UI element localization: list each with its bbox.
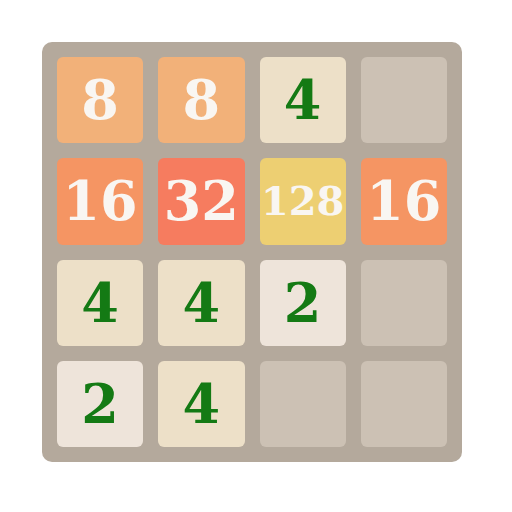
tile-8: 8 bbox=[158, 57, 244, 143]
tile-4: 4 bbox=[158, 260, 244, 346]
page-background: { "game": "2048", "board": { "rows": 4, … bbox=[0, 0, 512, 512]
tile-8: 8 bbox=[57, 57, 143, 143]
empty-cell bbox=[361, 361, 447, 447]
empty-cell bbox=[361, 57, 447, 143]
tile-2: 2 bbox=[57, 361, 143, 447]
tile-16: 16 bbox=[57, 158, 143, 244]
board-2048[interactable]: 88416321281644224 bbox=[42, 42, 462, 462]
tile-128: 128 bbox=[260, 158, 346, 244]
tile-2: 2 bbox=[260, 260, 346, 346]
tile-16: 16 bbox=[361, 158, 447, 244]
tile-4: 4 bbox=[57, 260, 143, 346]
empty-cell bbox=[260, 361, 346, 447]
empty-cell bbox=[361, 260, 447, 346]
tile-32: 32 bbox=[158, 158, 244, 244]
tile-4: 4 bbox=[158, 361, 244, 447]
tile-4: 4 bbox=[260, 57, 346, 143]
